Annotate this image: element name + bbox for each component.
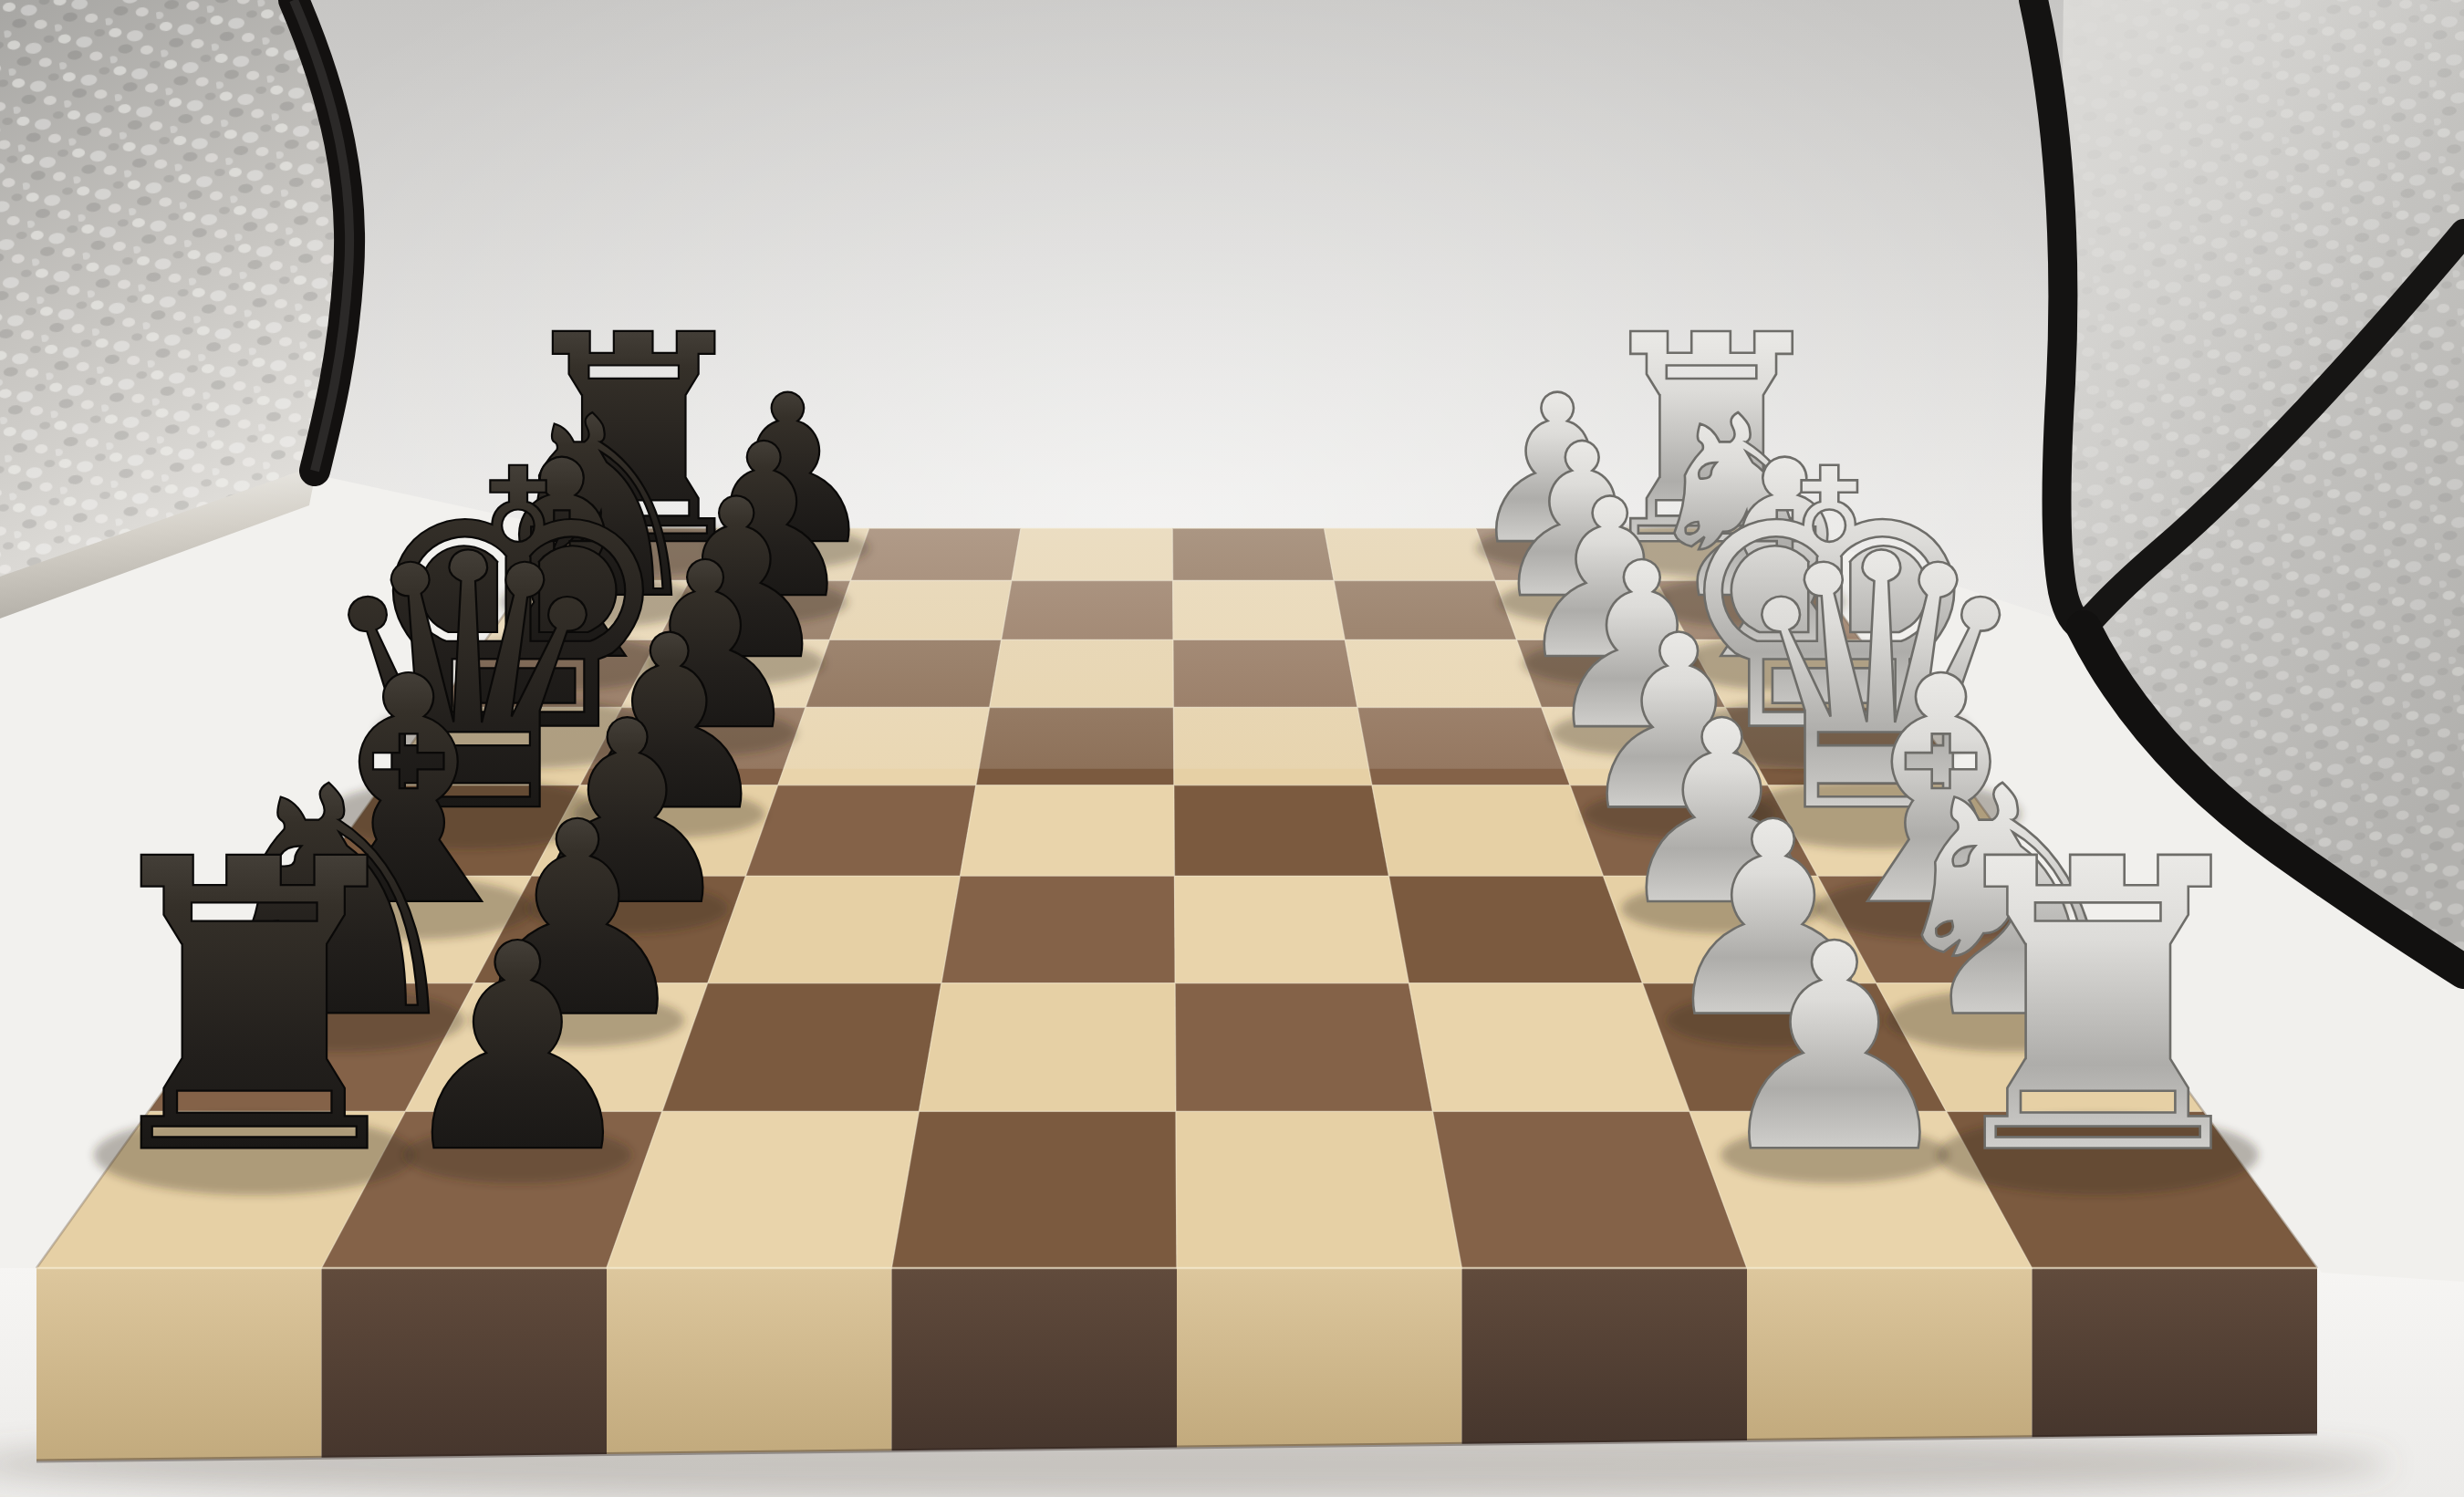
- piece-white-rook-a1: ♜: [1918, 774, 2278, 1242]
- piece-black-pawn-a7: ♟: [390, 883, 645, 1215]
- square-b3: [1409, 983, 1689, 1112]
- board-front-face-stripe: [1462, 1268, 1748, 1444]
- square-d4: [1174, 785, 1389, 876]
- board-front-face-stripe: [322, 1268, 608, 1458]
- board-front-face-stripe: [892, 1268, 1178, 1450]
- scene-svg: ♜♟♟♜♞♟♟♞♝♟♟♝♚♟♟♚♛♟♟♛♝♟♟♝♞♟♟♞♜♟♟♜: [0, 0, 2464, 1497]
- square-c5: [941, 876, 1175, 982]
- piece-black-rook-a8: ♜: [74, 774, 434, 1242]
- board-front-face-stripe: [1177, 1268, 1462, 1448]
- square-a6: [607, 1111, 919, 1268]
- square-c4: [1175, 876, 1409, 982]
- square-d3: [1372, 785, 1604, 876]
- board-front-face-stripe: [1747, 1268, 2033, 1440]
- square-d6: [745, 785, 975, 876]
- chess-photo-scene: Starting position, no moves played: [0, 0, 2464, 1497]
- square-c6: [708, 876, 961, 982]
- board-front-face-stripe: [2033, 1268, 2318, 1437]
- square-b6: [662, 983, 941, 1112]
- square-a5: [892, 1111, 1178, 1268]
- square-a4: [1176, 1111, 1461, 1268]
- square-b4: [1175, 983, 1432, 1112]
- board-front-face-stripe: [607, 1268, 892, 1454]
- square-b5: [919, 983, 1176, 1112]
- square-c3: [1389, 876, 1643, 982]
- board-front-face-stripe: [36, 1268, 322, 1461]
- square-d5: [961, 785, 1175, 876]
